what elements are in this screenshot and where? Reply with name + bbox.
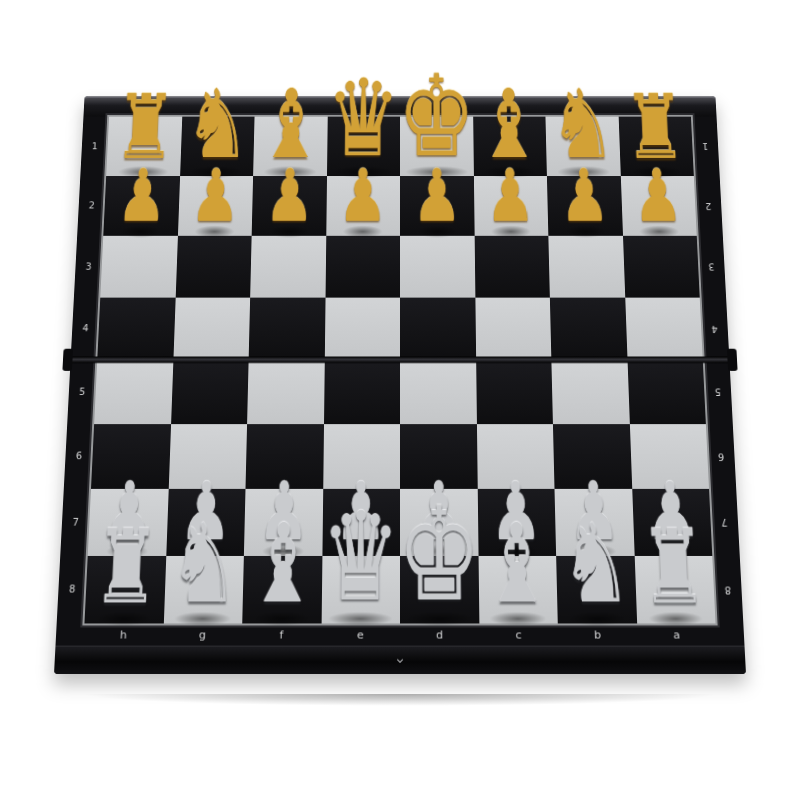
- rank-label-3-left: 3: [74, 236, 103, 297]
- rank-label-4-right: 4: [700, 297, 730, 360]
- square-e3[interactable]: [325, 236, 400, 297]
- square-b3[interactable]: [548, 236, 624, 297]
- piece-gold-pawn-e2[interactable]: ♟: [338, 160, 388, 232]
- piece-silver-rook-a8[interactable]: ♜: [639, 517, 709, 619]
- square-b5[interactable]: [551, 360, 629, 424]
- rank-label-8-left: 8: [57, 555, 88, 623]
- piece-gold-pawn-f2[interactable]: ♟: [264, 160, 315, 232]
- piece-silver-queen-e8[interactable]: ♛: [321, 497, 401, 620]
- square-a3[interactable]: [623, 236, 700, 297]
- square-d5[interactable]: [400, 360, 476, 424]
- hinge-seam: [69, 357, 732, 363]
- piece-gold-pawn-d2[interactable]: ♟: [412, 160, 462, 232]
- square-h3[interactable]: [100, 236, 177, 297]
- rank-label-6-right: 6: [706, 424, 736, 489]
- board-front-edge: ⌄: [54, 646, 746, 674]
- rank-label-2-left: 2: [77, 176, 106, 236]
- piece-silver-king-d8[interactable]: ♚: [397, 490, 482, 620]
- rank-label-1-left: 1: [80, 117, 109, 176]
- piece-silver-bishop-f8[interactable]: ♝: [246, 510, 318, 619]
- hinge-left-knuckle: [62, 349, 73, 371]
- piece-gold-pawn-g2[interactable]: ♟: [190, 160, 242, 232]
- square-f4[interactable]: [249, 297, 325, 360]
- rank-label-1-right: 1: [691, 117, 720, 176]
- square-g3[interactable]: [175, 236, 251, 297]
- rank-label-7-left: 7: [60, 489, 91, 556]
- square-g4[interactable]: [173, 297, 250, 360]
- square-h4[interactable]: [97, 297, 175, 360]
- rank-label-4-left: 4: [71, 297, 101, 360]
- piece-gold-pawn-b2[interactable]: ♟: [559, 160, 611, 232]
- latch-icon[interactable]: ⌄: [394, 652, 407, 662]
- square-g5[interactable]: [171, 360, 249, 424]
- square-a5[interactable]: [627, 360, 706, 424]
- piece-gold-pawn-h2[interactable]: ♟: [116, 160, 169, 232]
- square-f3[interactable]: [250, 236, 326, 297]
- rank-label-8-right: 8: [712, 555, 743, 623]
- piece-gold-pawn-c2[interactable]: ♟: [485, 160, 536, 232]
- rank-label-6-left: 6: [64, 424, 94, 489]
- square-h5[interactable]: [94, 360, 173, 424]
- square-c3[interactable]: [474, 236, 550, 297]
- piece-silver-knight-g8[interactable]: ♞: [167, 510, 241, 619]
- square-d4[interactable]: [400, 297, 476, 360]
- rank-label-3-right: 3: [697, 236, 726, 297]
- square-e5[interactable]: [324, 360, 400, 424]
- hinge-right-knuckle: [727, 349, 738, 371]
- square-f5[interactable]: [247, 360, 324, 424]
- piece-silver-knight-b8[interactable]: ♞: [559, 510, 633, 619]
- square-d3[interactable]: [400, 236, 475, 297]
- scene: 12345678 12345678 hgfedcba ⌄ ♜♞♝♛♚♝♞♜♟♟♟…: [38, 52, 762, 700]
- piece-gold-pawn-a2[interactable]: ♟: [632, 160, 685, 232]
- chess-board: 12345678 12345678 hgfedcba ⌄ ♜♞♝♛♚♝♞♜♟♟♟…: [54, 96, 746, 674]
- square-b4[interactable]: [550, 297, 627, 360]
- square-e4[interactable]: [324, 297, 400, 360]
- piece-silver-bishop-c8[interactable]: ♝: [481, 510, 553, 619]
- rank-label-2-right: 2: [694, 176, 723, 236]
- rank-label-5-left: 5: [67, 360, 97, 424]
- square-a4[interactable]: [625, 297, 703, 360]
- product-photo-stage: 12345678 12345678 hgfedcba ⌄ ♜♞♝♛♚♝♞♜♟♟♟…: [0, 52, 800, 800]
- square-c5[interactable]: [476, 360, 553, 424]
- square-c4[interactable]: [475, 297, 551, 360]
- piece-silver-rook-h8[interactable]: ♜: [91, 517, 161, 619]
- rank-label-7-right: 7: [709, 489, 740, 556]
- board-frame: 12345678 12345678 hgfedcba ⌄ ♜♞♝♛♚♝♞♜♟♟♟…: [54, 96, 746, 674]
